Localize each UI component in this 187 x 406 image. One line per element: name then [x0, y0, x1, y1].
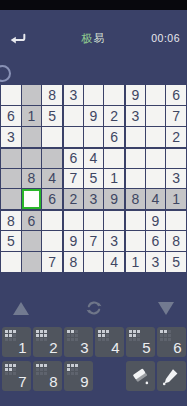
key-digit-label: 7	[18, 373, 26, 390]
refresh-button[interactable]	[83, 297, 105, 319]
key-digit-label: 6	[173, 339, 181, 356]
cell-r4c3[interactable]	[42, 148, 62, 168]
cell-r5c6[interactable]: 1	[104, 169, 124, 189]
cell-r3c1[interactable]: 3	[1, 127, 21, 147]
key-3[interactable]: 3	[64, 327, 93, 357]
key-2[interactable]: 2	[33, 327, 62, 357]
key-digit-label: 2	[49, 339, 57, 356]
cell-r1c5[interactable]	[84, 85, 104, 105]
cell-r6c4[interactable]: 2	[63, 189, 83, 209]
cell-r9c5[interactable]	[84, 252, 104, 272]
cell-r1c3[interactable]: 8	[42, 85, 62, 105]
cell-r7c4[interactable]	[63, 210, 83, 230]
keypad-row-2: 789	[2, 361, 185, 391]
remaining-indicator	[67, 330, 78, 341]
key-digit-label: 1	[18, 339, 26, 356]
cell-r6c6[interactable]: 9	[104, 189, 124, 209]
cell-r7c6[interactable]	[104, 210, 124, 230]
cell-r7c8[interactable]: 9	[146, 210, 166, 230]
cell-r5c3[interactable]: 4	[42, 169, 62, 189]
cell-r7c3[interactable]	[42, 210, 62, 230]
key-5[interactable]: 5	[126, 327, 155, 357]
cell-r9c9[interactable]: 5	[166, 252, 186, 272]
eraser-icon	[129, 365, 151, 387]
key-4[interactable]: 4	[95, 327, 124, 357]
cell-r4c9[interactable]	[166, 148, 186, 168]
cell-r1c2[interactable]	[22, 85, 42, 105]
cell-r9c7[interactable]: 1	[125, 252, 145, 272]
cell-r2c6[interactable]: 2	[104, 106, 124, 126]
cell-r1c7[interactable]: 9	[125, 85, 145, 105]
cell-r1c8[interactable]	[146, 85, 166, 105]
remaining-indicator	[98, 330, 109, 341]
cell-r7c2[interactable]: 6	[22, 210, 42, 230]
cell-r9c6[interactable]: 4	[104, 252, 124, 272]
cell-r3c4[interactable]	[63, 127, 83, 147]
remaining-indicator	[67, 364, 78, 375]
cell-r8c3[interactable]	[42, 231, 62, 251]
key-digit-label: 4	[111, 339, 119, 356]
cell-r8c4[interactable]: 9	[63, 231, 83, 251]
cell-r2c8[interactable]	[146, 106, 166, 126]
cell-r3c2[interactable]	[22, 127, 42, 147]
cell-r3c5[interactable]	[84, 127, 104, 147]
cell-r6c7[interactable]: 8	[125, 189, 145, 209]
up-arrow-button[interactable]	[13, 302, 29, 315]
cell-r9c1[interactable]	[1, 252, 21, 272]
cell-r6c3[interactable]: 6	[42, 189, 62, 209]
game-timer: 00:06	[151, 32, 180, 44]
cell-r8c1[interactable]: 5	[1, 231, 21, 251]
cell-r6c1[interactable]	[1, 189, 21, 209]
pencil-button[interactable]	[157, 361, 186, 391]
cell-r5c7[interactable]	[125, 169, 145, 189]
sudoku-board: 8396615923736264847513623984186959736878…	[1, 85, 186, 272]
cell-r1c6[interactable]	[104, 85, 124, 105]
remaining-indicator	[36, 330, 47, 341]
cell-r8c8[interactable]: 6	[146, 231, 166, 251]
cell-r3c3[interactable]	[42, 127, 62, 147]
difficulty-char-1: 极	[82, 32, 94, 44]
cell-r6c9[interactable]: 1	[166, 189, 186, 209]
status-bar	[0, 0, 187, 10]
cell-r4c2[interactable]	[22, 148, 42, 168]
cell-r4c7[interactable]	[125, 148, 145, 168]
cell-r9c3[interactable]: 7	[42, 252, 62, 272]
cell-r7c7[interactable]	[125, 210, 145, 230]
cell-r8c7[interactable]	[125, 231, 145, 251]
cell-r2c1[interactable]: 6	[1, 106, 21, 126]
cell-r3c6[interactable]: 6	[104, 127, 124, 147]
cell-r7c5[interactable]	[84, 210, 104, 230]
cell-r8c9[interactable]: 8	[166, 231, 186, 251]
cell-r2c5[interactable]: 9	[84, 106, 104, 126]
cell-r2c9[interactable]: 7	[166, 106, 186, 126]
controls-bar	[0, 297, 187, 319]
eraser-button[interactable]	[126, 361, 155, 391]
cell-r5c9[interactable]: 3	[166, 169, 186, 189]
remaining-indicator	[5, 330, 16, 341]
cell-r2c7[interactable]: 3	[125, 106, 145, 126]
cell-r1c1[interactable]	[1, 85, 21, 105]
key-9[interactable]: 9	[64, 361, 93, 391]
cell-r5c1[interactable]	[1, 169, 21, 189]
cell-r1c4[interactable]: 3	[63, 85, 83, 105]
key-6[interactable]: 6	[157, 327, 186, 357]
cell-r2c4[interactable]	[63, 106, 83, 126]
decorative-circle	[0, 65, 11, 82]
cell-r6c5[interactable]: 3	[84, 189, 104, 209]
cell-r4c1[interactable]	[1, 148, 21, 168]
cell-r5c4[interactable]: 7	[63, 169, 83, 189]
cell-r6c8[interactable]: 4	[146, 189, 166, 209]
cell-r5c8[interactable]	[146, 169, 166, 189]
cell-r8c5[interactable]: 7	[84, 231, 104, 251]
cell-r7c9[interactable]	[166, 210, 186, 230]
cell-r3c9[interactable]: 2	[166, 127, 186, 147]
cell-r4c6[interactable]	[104, 148, 124, 168]
key-7[interactable]: 7	[2, 361, 31, 391]
cell-r5c2[interactable]: 8	[22, 169, 42, 189]
key-digit-label: 3	[80, 339, 88, 356]
cell-r6c2[interactable]	[22, 189, 42, 209]
cell-r1c9[interactable]: 6	[166, 85, 186, 105]
cell-r7c1[interactable]: 8	[1, 210, 21, 230]
cell-r3c8[interactable]	[146, 127, 166, 147]
cell-r9c2[interactable]	[22, 252, 42, 272]
cell-r8c6[interactable]: 3	[104, 231, 124, 251]
key-digit-label: 5	[142, 339, 150, 356]
remaining-indicator	[36, 364, 47, 375]
remaining-indicator	[160, 330, 171, 341]
key-digit-label: 9	[80, 373, 88, 390]
sudoku-app: 极易 00:06 8396615923736264847513623984186…	[0, 0, 187, 406]
down-arrow-button[interactable]	[158, 302, 174, 315]
key-digit-label: 8	[49, 373, 57, 390]
keypad-row-1: 123456	[2, 327, 185, 357]
cell-r3c7[interactable]	[125, 127, 145, 147]
cell-r4c5[interactable]: 4	[84, 148, 104, 168]
refresh-icon	[83, 297, 105, 319]
cell-r4c8[interactable]	[146, 148, 166, 168]
cell-r2c3[interactable]: 5	[42, 106, 62, 126]
key-8[interactable]: 8	[33, 361, 62, 391]
key-1[interactable]: 1	[2, 327, 31, 357]
cell-r5c5[interactable]: 5	[84, 169, 104, 189]
remaining-indicator	[5, 364, 16, 375]
cell-r4c4[interactable]: 6	[63, 148, 83, 168]
cell-r9c4[interactable]: 8	[63, 252, 83, 272]
remaining-indicator	[129, 330, 140, 341]
pencil-icon	[160, 365, 182, 387]
difficulty-char-2: 易	[94, 32, 106, 44]
cell-r2c2[interactable]: 1	[22, 106, 42, 126]
cell-r9c8[interactable]: 3	[146, 252, 166, 272]
cell-r8c2[interactable]	[22, 231, 42, 251]
